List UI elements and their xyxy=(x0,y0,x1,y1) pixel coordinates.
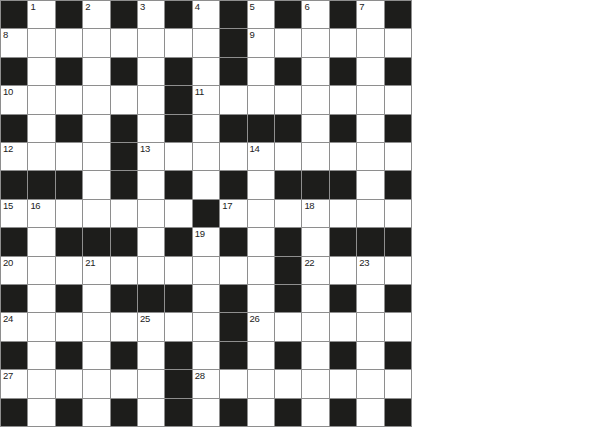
clue-number: 20 xyxy=(3,257,13,268)
blocked-cell xyxy=(220,29,246,56)
blocked-cell xyxy=(275,1,301,28)
letter-cell[interactable] xyxy=(165,143,191,170)
blocked-cell xyxy=(1,228,27,255)
letter-cell[interactable] xyxy=(248,342,274,369)
blocked-cell xyxy=(275,171,301,198)
blocked-cell xyxy=(111,143,137,170)
letter-cell[interactable] xyxy=(138,342,164,369)
letter-cell[interactable] xyxy=(111,370,137,397)
blocked-cell xyxy=(193,200,219,227)
blocked-cell xyxy=(220,58,246,85)
blocked-cell xyxy=(385,171,411,198)
clue-number: 16 xyxy=(30,200,40,211)
clue-number: 4 xyxy=(195,1,200,12)
blocked-cell xyxy=(330,171,356,198)
letter-cell[interactable] xyxy=(111,29,137,56)
letter-cell[interactable] xyxy=(357,58,383,85)
clue-number: 1 xyxy=(30,1,35,12)
letter-cell[interactable] xyxy=(165,29,191,56)
clue-number: 2 xyxy=(85,1,90,12)
letter-cell[interactable] xyxy=(28,399,54,426)
letter-cell[interactable]: 2 xyxy=(83,1,109,28)
blocked-cell xyxy=(385,115,411,142)
letter-cell[interactable] xyxy=(330,29,356,56)
letter-cell[interactable]: 5 xyxy=(248,1,274,28)
blocked-cell xyxy=(385,228,411,255)
letter-cell[interactable]: 8 xyxy=(1,29,27,56)
letter-cell[interactable] xyxy=(56,257,82,284)
blocked-cell xyxy=(56,171,82,198)
letter-cell[interactable] xyxy=(330,200,356,227)
blocked-cell xyxy=(165,171,191,198)
letter-cell[interactable] xyxy=(83,29,109,56)
letter-cell[interactable] xyxy=(302,228,328,255)
blocked-cell xyxy=(1,285,27,312)
blocked-cell xyxy=(56,285,82,312)
letter-cell[interactable] xyxy=(28,313,54,340)
clue-number: 26 xyxy=(250,313,260,324)
blocked-cell xyxy=(275,257,301,284)
letter-cell[interactable] xyxy=(193,29,219,56)
clue-number: 15 xyxy=(3,200,13,211)
letter-cell[interactable] xyxy=(138,370,164,397)
letter-cell[interactable] xyxy=(56,86,82,113)
letter-cell[interactable] xyxy=(248,58,274,85)
letter-cell[interactable] xyxy=(357,29,383,56)
letter-cell[interactable] xyxy=(28,29,54,56)
letter-cell[interactable] xyxy=(111,257,137,284)
letter-cell[interactable] xyxy=(28,143,54,170)
letter-cell[interactable]: 17 xyxy=(220,200,246,227)
blocked-cell xyxy=(385,285,411,312)
clue-number: 28 xyxy=(195,370,205,381)
letter-cell[interactable] xyxy=(275,313,301,340)
letter-cell[interactable]: 11 xyxy=(193,86,219,113)
blocked-cell xyxy=(275,285,301,312)
letter-cell[interactable] xyxy=(138,257,164,284)
letter-cell[interactable] xyxy=(248,399,274,426)
letter-cell[interactable] xyxy=(302,115,328,142)
blocked-cell xyxy=(83,228,109,255)
letter-cell[interactable] xyxy=(302,342,328,369)
letter-cell[interactable] xyxy=(28,86,54,113)
letter-cell[interactable] xyxy=(302,86,328,113)
letter-cell[interactable] xyxy=(275,29,301,56)
blocked-cell xyxy=(330,342,356,369)
letter-cell[interactable]: 22 xyxy=(302,257,328,284)
blocked-cell xyxy=(111,285,137,312)
letter-cell[interactable] xyxy=(330,257,356,284)
blocked-cell xyxy=(1,115,27,142)
blocked-cell xyxy=(56,1,82,28)
blocked-cell xyxy=(330,228,356,255)
blocked-cell xyxy=(385,399,411,426)
clue-number: 10 xyxy=(3,86,13,97)
blocked-cell xyxy=(165,228,191,255)
letter-cell[interactable]: 14 xyxy=(248,143,274,170)
letter-cell[interactable]: 24 xyxy=(1,313,27,340)
blocked-cell xyxy=(220,1,246,28)
letter-cell[interactable] xyxy=(385,86,411,113)
letter-cell[interactable] xyxy=(357,115,383,142)
letter-cell[interactable] xyxy=(83,171,109,198)
letter-cell[interactable] xyxy=(111,86,137,113)
clue-number: 17 xyxy=(222,200,232,211)
blocked-cell xyxy=(220,313,246,340)
letter-cell[interactable] xyxy=(83,115,109,142)
blocked-cell xyxy=(330,58,356,85)
blocked-cell xyxy=(165,370,191,397)
clue-number: 11 xyxy=(195,86,204,97)
letter-cell[interactable] xyxy=(385,29,411,56)
blocked-cell xyxy=(56,115,82,142)
blocked-cell xyxy=(275,399,301,426)
clue-number: 8 xyxy=(3,29,8,40)
blocked-cell xyxy=(220,115,246,142)
blocked-cell xyxy=(220,399,246,426)
blocked-cell xyxy=(357,228,383,255)
letter-cell[interactable] xyxy=(193,313,219,340)
letter-cell[interactable] xyxy=(83,285,109,312)
blocked-cell xyxy=(165,1,191,28)
letter-cell[interactable] xyxy=(385,257,411,284)
blocked-cell xyxy=(248,115,274,142)
letter-cell[interactable]: 19 xyxy=(193,228,219,255)
letter-cell[interactable] xyxy=(302,29,328,56)
clue-number: 9 xyxy=(250,29,255,40)
letter-cell[interactable] xyxy=(248,257,274,284)
clue-number: 14 xyxy=(250,143,260,154)
letter-cell[interactable] xyxy=(83,342,109,369)
blocked-cell xyxy=(330,1,356,28)
letter-cell[interactable] xyxy=(28,370,54,397)
letter-cell[interactable] xyxy=(357,285,383,312)
letter-cell[interactable] xyxy=(111,313,137,340)
clue-number: 6 xyxy=(304,1,309,12)
letter-cell[interactable] xyxy=(330,313,356,340)
blocked-cell xyxy=(330,115,356,142)
letter-cell[interactable] xyxy=(83,86,109,113)
blocked-cell xyxy=(138,285,164,312)
blocked-cell xyxy=(56,342,82,369)
blocked-cell xyxy=(1,342,27,369)
letter-cell[interactable] xyxy=(138,115,164,142)
clue-number: 21 xyxy=(85,257,95,268)
blocked-cell xyxy=(111,342,137,369)
letter-cell[interactable] xyxy=(275,370,301,397)
blocked-cell xyxy=(220,228,246,255)
letter-cell[interactable]: 23 xyxy=(357,257,383,284)
letter-cell[interactable] xyxy=(193,257,219,284)
clue-number: 12 xyxy=(3,143,13,154)
letter-cell[interactable] xyxy=(357,171,383,198)
letter-cell[interactable]: 20 xyxy=(1,257,27,284)
letter-cell[interactable]: 18 xyxy=(302,200,328,227)
letter-cell[interactable] xyxy=(56,143,82,170)
letter-cell[interactable]: 7 xyxy=(357,1,383,28)
crossword-page: 1234567891011121314151617181920212223242… xyxy=(0,0,601,427)
letter-cell[interactable] xyxy=(193,285,219,312)
letter-cell[interactable] xyxy=(302,285,328,312)
letter-cell[interactable]: 16 xyxy=(28,200,54,227)
letter-cell[interactable]: 9 xyxy=(248,29,274,56)
letter-cell[interactable] xyxy=(193,58,219,85)
clue-number: 23 xyxy=(359,257,369,268)
blocked-cell xyxy=(275,228,301,255)
letter-cell[interactable]: 4 xyxy=(193,1,219,28)
letter-cell[interactable] xyxy=(275,86,301,113)
blocked-cell xyxy=(111,115,137,142)
letter-cell[interactable] xyxy=(330,143,356,170)
letter-cell[interactable] xyxy=(193,342,219,369)
letter-cell[interactable] xyxy=(248,285,274,312)
letter-cell[interactable] xyxy=(248,200,274,227)
letter-cell[interactable] xyxy=(83,143,109,170)
blocked-cell xyxy=(385,342,411,369)
letter-cell[interactable] xyxy=(220,143,246,170)
letter-cell[interactable] xyxy=(138,399,164,426)
blocked-cell xyxy=(385,1,411,28)
blocked-cell xyxy=(28,171,54,198)
letter-cell[interactable] xyxy=(248,171,274,198)
letter-cell[interactable] xyxy=(83,399,109,426)
letter-cell[interactable] xyxy=(193,399,219,426)
letter-cell[interactable]: 15 xyxy=(1,200,27,227)
clue-number: 18 xyxy=(304,200,314,211)
letter-cell[interactable] xyxy=(302,313,328,340)
clue-number: 13 xyxy=(140,143,150,154)
letter-cell[interactable] xyxy=(357,342,383,369)
blocked-cell xyxy=(385,58,411,85)
letter-cell[interactable] xyxy=(248,228,274,255)
blocked-cell xyxy=(56,58,82,85)
letter-cell[interactable] xyxy=(220,86,246,113)
letter-cell[interactable] xyxy=(138,86,164,113)
letter-cell[interactable] xyxy=(357,370,383,397)
letter-cell[interactable] xyxy=(83,58,109,85)
letter-cell[interactable]: 6 xyxy=(302,1,328,28)
blocked-cell xyxy=(56,399,82,426)
clue-number: 25 xyxy=(140,313,150,324)
letter-cell[interactable] xyxy=(111,200,137,227)
letter-cell[interactable] xyxy=(357,399,383,426)
letter-cell[interactable] xyxy=(385,370,411,397)
letter-cell[interactable] xyxy=(83,370,109,397)
blocked-cell xyxy=(56,228,82,255)
letter-cell[interactable] xyxy=(165,257,191,284)
letter-cell[interactable] xyxy=(56,370,82,397)
letter-cell[interactable] xyxy=(302,399,328,426)
letter-cell[interactable] xyxy=(56,313,82,340)
blocked-cell xyxy=(1,1,27,28)
clue-number: 5 xyxy=(250,1,255,12)
letter-cell[interactable] xyxy=(330,86,356,113)
letter-cell[interactable]: 28 xyxy=(193,370,219,397)
blocked-cell xyxy=(330,399,356,426)
letter-cell[interactable] xyxy=(83,313,109,340)
clue-number: 27 xyxy=(3,370,13,381)
letter-cell[interactable]: 13 xyxy=(138,143,164,170)
letter-cell[interactable] xyxy=(28,115,54,142)
clue-number: 19 xyxy=(195,228,205,239)
letter-cell[interactable] xyxy=(330,370,356,397)
letter-cell[interactable] xyxy=(220,370,246,397)
blocked-cell xyxy=(111,399,137,426)
letter-cell[interactable] xyxy=(56,200,82,227)
letter-cell[interactable]: 21 xyxy=(83,257,109,284)
letter-cell[interactable]: 25 xyxy=(138,313,164,340)
blocked-cell xyxy=(1,58,27,85)
letter-cell[interactable] xyxy=(138,58,164,85)
blocked-cell xyxy=(111,228,137,255)
letter-cell[interactable] xyxy=(248,86,274,113)
blocked-cell xyxy=(111,1,137,28)
letter-cell[interactable] xyxy=(138,29,164,56)
blocked-cell xyxy=(275,115,301,142)
letter-cell[interactable] xyxy=(28,285,54,312)
letter-cell[interactable] xyxy=(83,200,109,227)
letter-cell[interactable] xyxy=(357,313,383,340)
letter-cell[interactable] xyxy=(28,342,54,369)
blocked-cell xyxy=(220,285,246,312)
letter-cell[interactable] xyxy=(193,143,219,170)
blocked-cell xyxy=(220,342,246,369)
blocked-cell xyxy=(1,399,27,426)
blocked-cell xyxy=(220,171,246,198)
letter-cell[interactable] xyxy=(248,370,274,397)
letter-cell[interactable] xyxy=(138,228,164,255)
letter-cell[interactable]: 12 xyxy=(1,143,27,170)
letter-cell[interactable] xyxy=(28,228,54,255)
letter-cell[interactable] xyxy=(385,200,411,227)
letter-cell[interactable] xyxy=(165,313,191,340)
letter-cell[interactable] xyxy=(357,200,383,227)
letter-cell[interactable] xyxy=(302,143,328,170)
blocked-cell xyxy=(275,58,301,85)
clue-number: 7 xyxy=(359,1,364,12)
letter-cell[interactable] xyxy=(385,313,411,340)
blocked-cell xyxy=(165,86,191,113)
letter-cell[interactable] xyxy=(275,200,301,227)
blocked-cell xyxy=(165,399,191,426)
blocked-cell xyxy=(165,115,191,142)
letter-cell[interactable] xyxy=(193,171,219,198)
letter-cell[interactable] xyxy=(302,370,328,397)
letter-cell[interactable] xyxy=(220,257,246,284)
blocked-cell xyxy=(302,171,328,198)
letter-cell[interactable]: 1 xyxy=(28,1,54,28)
blocked-cell xyxy=(111,58,137,85)
letter-cell[interactable] xyxy=(357,86,383,113)
letter-cell[interactable] xyxy=(193,115,219,142)
blocked-cell xyxy=(165,342,191,369)
clue-number: 3 xyxy=(140,1,145,12)
blocked-cell xyxy=(165,285,191,312)
letter-cell[interactable] xyxy=(28,58,54,85)
blocked-cell xyxy=(330,285,356,312)
clue-number: 22 xyxy=(304,257,314,268)
blocked-cell xyxy=(275,342,301,369)
letter-cell[interactable] xyxy=(302,58,328,85)
letter-cell[interactable]: 27 xyxy=(1,370,27,397)
letter-cell[interactable] xyxy=(165,200,191,227)
letter-cell[interactable] xyxy=(275,143,301,170)
crossword-grid: 1234567891011121314151617181920212223242… xyxy=(0,0,412,427)
letter-cell[interactable] xyxy=(28,257,54,284)
letter-cell[interactable] xyxy=(357,143,383,170)
letter-cell[interactable]: 10 xyxy=(1,86,27,113)
blocked-cell xyxy=(1,171,27,198)
letter-cell[interactable] xyxy=(138,171,164,198)
blocked-cell xyxy=(111,171,137,198)
blocked-cell xyxy=(165,58,191,85)
letter-cell[interactable] xyxy=(138,200,164,227)
letter-cell[interactable]: 3 xyxy=(138,1,164,28)
letter-cell[interactable] xyxy=(56,29,82,56)
letter-cell[interactable]: 26 xyxy=(248,313,274,340)
letter-cell[interactable] xyxy=(385,143,411,170)
clue-number: 24 xyxy=(3,313,13,324)
